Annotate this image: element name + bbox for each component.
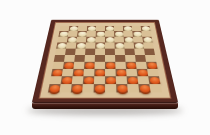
orange-piece[interactable]	[106, 77, 116, 84]
orange-piece[interactable]	[61, 77, 72, 84]
square-g5[interactable]	[115, 55, 126, 62]
orange-piece[interactable]	[149, 77, 160, 84]
cream-piece[interactable]	[59, 31, 68, 36]
cream-piece[interactable]	[67, 37, 76, 42]
square-d3	[83, 69, 94, 76]
orange-piece[interactable]	[106, 62, 115, 68]
square-g3[interactable]	[116, 69, 127, 76]
board-frame	[32, 20, 178, 103]
square-g1[interactable]	[116, 84, 128, 92]
cream-piece[interactable]	[124, 37, 133, 42]
square-h1	[127, 84, 139, 92]
cream-piece[interactable]	[96, 31, 104, 36]
orange-piece[interactable]	[95, 69, 105, 76]
cream-piece[interactable]	[143, 37, 152, 42]
cream-piece[interactable]	[105, 37, 114, 42]
orange-piece[interactable]	[49, 85, 60, 92]
square-j2[interactable]	[148, 76, 160, 84]
square-f4[interactable]	[105, 62, 116, 69]
cream-piece[interactable]	[105, 26, 113, 31]
cream-piece[interactable]	[115, 43, 124, 48]
board-margin	[40, 23, 170, 98]
cream-piece[interactable]	[115, 31, 124, 36]
orange-piece[interactable]	[83, 77, 93, 84]
square-f5	[105, 55, 115, 62]
cream-piece[interactable]	[87, 26, 95, 31]
square-j5	[145, 55, 156, 62]
square-j4[interactable]	[146, 62, 158, 69]
orange-piece[interactable]	[94, 85, 104, 92]
orange-piece[interactable]	[126, 62, 136, 68]
orange-piece[interactable]	[137, 69, 147, 76]
square-d2[interactable]	[83, 76, 94, 84]
orange-piece[interactable]	[147, 62, 157, 68]
board-grid	[48, 26, 162, 93]
product-photo-scene	[25, 0, 185, 120]
cream-piece[interactable]	[86, 37, 95, 42]
square-e3[interactable]	[94, 69, 105, 76]
orange-piece[interactable]	[71, 85, 82, 92]
orange-piece[interactable]	[127, 77, 138, 84]
cream-piece[interactable]	[57, 43, 67, 48]
square-c1[interactable]	[71, 84, 83, 92]
square-f3	[105, 69, 116, 76]
orange-piece[interactable]	[139, 85, 150, 92]
cream-piece[interactable]	[134, 43, 143, 48]
cream-piece[interactable]	[76, 43, 85, 48]
square-c2	[72, 76, 84, 84]
board-frame-front-edge	[32, 103, 178, 109]
orange-piece[interactable]	[117, 85, 128, 92]
square-e4	[94, 62, 105, 69]
orange-piece[interactable]	[85, 62, 95, 68]
square-e1[interactable]	[94, 84, 105, 92]
square-c4	[73, 62, 84, 69]
square-e5[interactable]	[95, 55, 105, 62]
cream-piece[interactable]	[96, 43, 105, 48]
orange-piece[interactable]	[116, 69, 126, 76]
cream-piece[interactable]	[78, 31, 87, 36]
square-h2[interactable]	[127, 76, 139, 84]
square-f1	[105, 84, 116, 92]
cream-piece[interactable]	[141, 26, 150, 31]
orange-piece[interactable]	[73, 69, 83, 76]
cream-piece[interactable]	[123, 26, 132, 31]
square-e2	[94, 76, 105, 84]
square-f2[interactable]	[105, 76, 116, 84]
square-c5[interactable]	[74, 55, 85, 62]
draughts-board	[32, 20, 178, 103]
orange-piece[interactable]	[63, 62, 73, 68]
square-g2	[116, 76, 127, 84]
square-g4	[115, 62, 126, 69]
cream-piece[interactable]	[133, 31, 142, 36]
square-d5	[84, 55, 95, 62]
square-d4[interactable]	[84, 62, 95, 69]
square-j3	[147, 69, 159, 76]
cream-piece[interactable]	[69, 26, 78, 31]
square-d1	[82, 84, 94, 92]
orange-piece[interactable]	[52, 69, 63, 76]
square-c3[interactable]	[73, 69, 84, 76]
square-j1	[149, 84, 162, 92]
